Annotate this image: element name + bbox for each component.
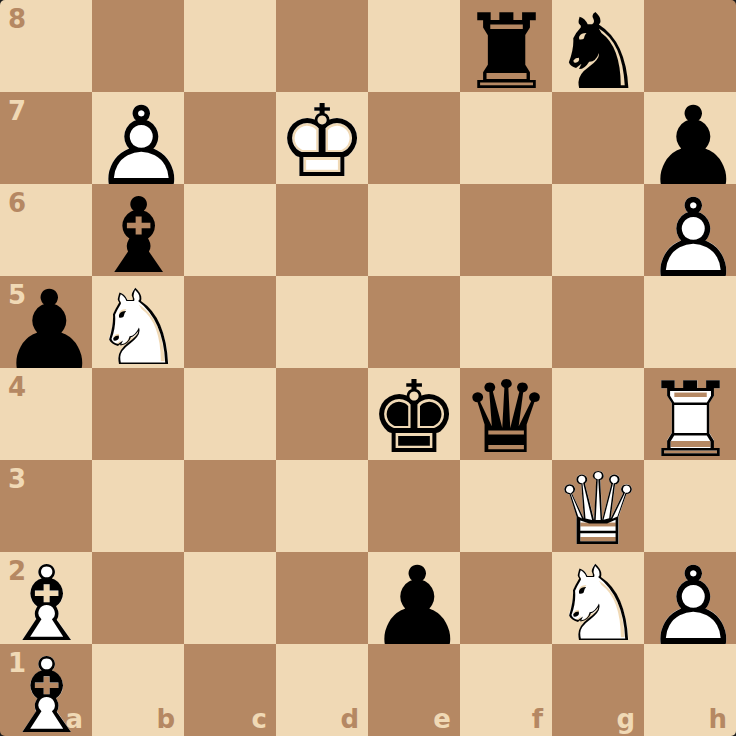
piece-white-pawn[interactable]: ♟♙ bbox=[644, 184, 736, 276]
square-f3[interactable] bbox=[460, 460, 552, 552]
square-c5[interactable] bbox=[184, 276, 276, 368]
square-b2[interactable] bbox=[92, 552, 184, 644]
square-c1[interactable]: c bbox=[184, 644, 276, 736]
square-a8[interactable]: 8 bbox=[0, 0, 92, 92]
piece-black-queen[interactable]: ♛ bbox=[460, 368, 552, 460]
square-f7[interactable] bbox=[460, 92, 552, 184]
piece-white-knight[interactable]: ♞♘ bbox=[552, 552, 644, 644]
square-b8[interactable] bbox=[92, 0, 184, 92]
square-h2[interactable]: ♟♙ bbox=[644, 552, 736, 644]
knight-glyph-outline: ♘ bbox=[92, 276, 185, 380]
king-glyph-fill: ♚ bbox=[369, 368, 459, 468]
square-b1[interactable]: b bbox=[92, 644, 184, 736]
square-f5[interactable] bbox=[460, 276, 552, 368]
square-g5[interactable] bbox=[552, 276, 644, 368]
square-g2[interactable]: ♞♘ bbox=[552, 552, 644, 644]
piece-black-knight[interactable]: ♞ bbox=[552, 0, 644, 92]
square-f8[interactable]: ♜ bbox=[460, 0, 552, 92]
square-b7[interactable]: ♟♙ bbox=[92, 92, 184, 184]
piece-white-knight[interactable]: ♞♘ bbox=[92, 276, 184, 368]
square-a2[interactable]: 2♝♗ bbox=[0, 552, 92, 644]
square-h1[interactable]: h bbox=[644, 644, 736, 736]
square-c6[interactable] bbox=[184, 184, 276, 276]
square-d2[interactable] bbox=[276, 552, 368, 644]
rook-glyph-outline: ♖ bbox=[644, 368, 736, 472]
bishop-glyph-outline: ♗ bbox=[0, 644, 93, 736]
rank-label-8: 8 bbox=[8, 6, 26, 32]
piece-black-pawn[interactable]: ♟ bbox=[368, 552, 460, 644]
square-b6[interactable]: ♝ bbox=[92, 184, 184, 276]
square-c3[interactable] bbox=[184, 460, 276, 552]
square-g6[interactable] bbox=[552, 184, 644, 276]
file-label-f: f bbox=[532, 706, 543, 732]
queen-glyph-fill: ♛ bbox=[461, 368, 551, 468]
square-h4[interactable]: ♜♖ bbox=[644, 368, 736, 460]
square-b3[interactable] bbox=[92, 460, 184, 552]
square-a4[interactable]: 4 bbox=[0, 368, 92, 460]
square-b4[interactable] bbox=[92, 368, 184, 460]
piece-white-bishop[interactable]: ♝♗ bbox=[0, 644, 92, 736]
file-label-h: h bbox=[708, 706, 727, 732]
file-label-c: c bbox=[252, 706, 267, 732]
square-a3[interactable]: 3 bbox=[0, 460, 92, 552]
square-b5[interactable]: ♞♘ bbox=[92, 276, 184, 368]
square-a5[interactable]: 5♟ bbox=[0, 276, 92, 368]
square-e5[interactable] bbox=[368, 276, 460, 368]
piece-black-pawn[interactable]: ♟ bbox=[0, 276, 92, 368]
square-h3[interactable] bbox=[644, 460, 736, 552]
square-e4[interactable]: ♚ bbox=[368, 368, 460, 460]
square-h5[interactable] bbox=[644, 276, 736, 368]
file-label-d: d bbox=[340, 706, 359, 732]
rook-glyph-fill: ♜ bbox=[460, 0, 553, 104]
king-glyph-outline: ♔ bbox=[277, 92, 367, 192]
square-g7[interactable] bbox=[552, 92, 644, 184]
square-e2[interactable]: ♟ bbox=[368, 552, 460, 644]
chess-board: 8♜♞7♟♙♚♔♟6♝♟♙5♟♞♘4♚♛♜♖3♛♕2♝♗♟♞♘♟♙1a♝♗bcd… bbox=[0, 0, 736, 736]
square-g8[interactable]: ♞ bbox=[552, 0, 644, 92]
piece-white-pawn[interactable]: ♟♙ bbox=[644, 552, 736, 644]
square-a6[interactable]: 6 bbox=[0, 184, 92, 276]
piece-white-rook[interactable]: ♜♖ bbox=[644, 368, 736, 460]
square-e6[interactable] bbox=[368, 184, 460, 276]
file-label-b: b bbox=[156, 706, 175, 732]
rank-label-4: 4 bbox=[8, 374, 26, 400]
knight-glyph-outline: ♘ bbox=[552, 552, 645, 656]
piece-white-queen[interactable]: ♛♕ bbox=[552, 460, 644, 552]
piece-black-bishop[interactable]: ♝ bbox=[92, 184, 184, 276]
square-f4[interactable]: ♛ bbox=[460, 368, 552, 460]
square-c7[interactable] bbox=[184, 92, 276, 184]
square-e3[interactable] bbox=[368, 460, 460, 552]
file-label-g: g bbox=[616, 706, 635, 732]
piece-black-rook[interactable]: ♜ bbox=[460, 0, 552, 92]
square-c4[interactable] bbox=[184, 368, 276, 460]
square-c8[interactable] bbox=[184, 0, 276, 92]
square-e7[interactable] bbox=[368, 92, 460, 184]
piece-white-bishop[interactable]: ♝♗ bbox=[0, 552, 92, 644]
square-f2[interactable] bbox=[460, 552, 552, 644]
piece-black-pawn[interactable]: ♟ bbox=[644, 92, 736, 184]
rank-label-6: 6 bbox=[8, 190, 26, 216]
square-h8[interactable] bbox=[644, 0, 736, 92]
rank-label-7: 7 bbox=[8, 98, 26, 124]
square-f1[interactable]: f bbox=[460, 644, 552, 736]
square-d3[interactable] bbox=[276, 460, 368, 552]
square-d6[interactable] bbox=[276, 184, 368, 276]
square-e1[interactable]: e bbox=[368, 644, 460, 736]
piece-black-king[interactable]: ♚ bbox=[368, 368, 460, 460]
square-a1[interactable]: 1a♝♗ bbox=[0, 644, 92, 736]
square-e8[interactable] bbox=[368, 0, 460, 92]
square-g1[interactable]: g bbox=[552, 644, 644, 736]
square-d4[interactable] bbox=[276, 368, 368, 460]
square-h7[interactable]: ♟ bbox=[644, 92, 736, 184]
square-d7[interactable]: ♚♔ bbox=[276, 92, 368, 184]
square-g3[interactable]: ♛♕ bbox=[552, 460, 644, 552]
square-d1[interactable]: d bbox=[276, 644, 368, 736]
file-label-e: e bbox=[433, 706, 451, 732]
knight-glyph-fill: ♞ bbox=[552, 0, 645, 104]
square-c2[interactable] bbox=[184, 552, 276, 644]
square-d5[interactable] bbox=[276, 276, 368, 368]
square-g4[interactable] bbox=[552, 368, 644, 460]
rank-label-3: 3 bbox=[8, 466, 26, 492]
square-a7[interactable]: 7 bbox=[0, 92, 92, 184]
square-h6[interactable]: ♟♙ bbox=[644, 184, 736, 276]
piece-white-king[interactable]: ♚♔ bbox=[276, 92, 368, 184]
square-f6[interactable] bbox=[460, 184, 552, 276]
square-d8[interactable] bbox=[276, 0, 368, 92]
piece-white-pawn[interactable]: ♟♙ bbox=[92, 92, 184, 184]
